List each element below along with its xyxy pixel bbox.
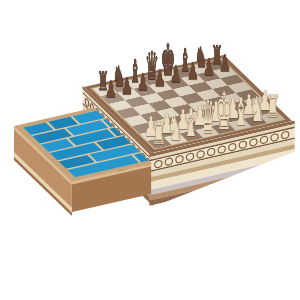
chess-set-photo: ♜♞♝♛♚♝♞♜♟♟♟♟♟♟♟♟♟♟♟♟♟♟♟♟♜♞♝♛♚♝♞♜ [0, 0, 300, 300]
box-and-drawer [0, 0, 300, 300]
